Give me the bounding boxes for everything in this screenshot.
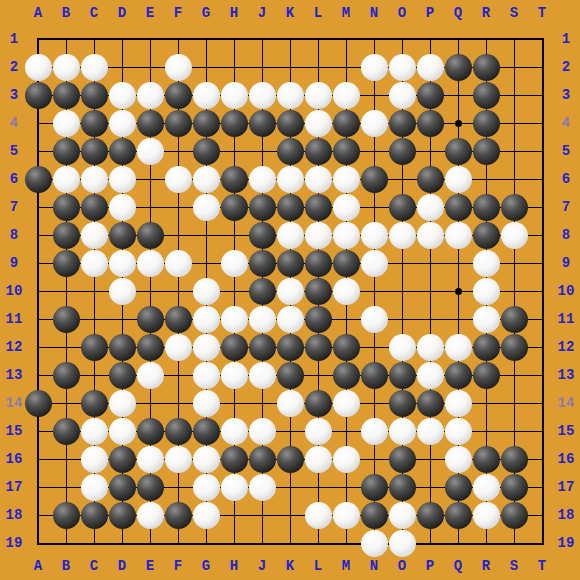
intersection-J19[interactable] [248,529,276,557]
intersection-B18[interactable] [52,501,80,529]
intersection-G5[interactable] [192,137,220,165]
intersection-S14[interactable] [500,389,528,417]
intersection-H11[interactable] [220,305,248,333]
intersection-Q7[interactable] [444,193,472,221]
intersection-E9[interactable] [136,249,164,277]
intersection-T9[interactable] [528,249,556,277]
intersection-D19[interactable] [108,529,136,557]
intersection-C4[interactable] [80,109,108,137]
intersection-N4[interactable] [360,109,388,137]
intersection-E14[interactable] [136,389,164,417]
intersection-D5[interactable] [108,137,136,165]
intersection-M6[interactable] [332,165,360,193]
intersection-E4[interactable] [136,109,164,137]
intersection-P8[interactable] [416,221,444,249]
intersection-D7[interactable] [108,193,136,221]
intersection-O13[interactable] [388,361,416,389]
intersection-S19[interactable] [500,529,528,557]
intersection-E19[interactable] [136,529,164,557]
intersection-O12[interactable] [388,333,416,361]
intersection-M14[interactable] [332,389,360,417]
intersection-P11[interactable] [416,305,444,333]
intersection-K19[interactable] [276,529,304,557]
intersection-L14[interactable] [304,389,332,417]
intersection-C9[interactable] [80,249,108,277]
intersection-H3[interactable] [220,81,248,109]
intersection-Q2[interactable] [444,53,472,81]
intersection-C10[interactable] [80,277,108,305]
intersection-F2[interactable] [164,53,192,81]
intersection-C1[interactable] [80,25,108,53]
intersection-N5[interactable] [360,137,388,165]
intersection-Q11[interactable] [444,305,472,333]
intersection-T15[interactable] [528,417,556,445]
intersection-D17[interactable] [108,473,136,501]
intersection-E10[interactable] [136,277,164,305]
intersection-L17[interactable] [304,473,332,501]
intersection-F10[interactable] [164,277,192,305]
intersection-G16[interactable] [192,445,220,473]
intersection-N1[interactable] [360,25,388,53]
intersection-K4[interactable] [276,109,304,137]
intersection-J17[interactable] [248,473,276,501]
intersection-D1[interactable] [108,25,136,53]
intersection-H17[interactable] [220,473,248,501]
intersection-C2[interactable] [80,53,108,81]
intersection-R7[interactable] [472,193,500,221]
intersection-M9[interactable] [332,249,360,277]
intersection-J10[interactable] [248,277,276,305]
intersection-S18[interactable] [500,501,528,529]
intersection-B9[interactable] [52,249,80,277]
intersection-F15[interactable] [164,417,192,445]
intersection-H1[interactable] [220,25,248,53]
intersection-O9[interactable] [388,249,416,277]
intersection-H7[interactable] [220,193,248,221]
intersection-G11[interactable] [192,305,220,333]
intersection-T18[interactable] [528,501,556,529]
intersection-K12[interactable] [276,333,304,361]
intersection-O16[interactable] [388,445,416,473]
intersection-R13[interactable] [472,361,500,389]
intersection-K18[interactable] [276,501,304,529]
intersection-P18[interactable] [416,501,444,529]
intersection-R14[interactable] [472,389,500,417]
intersection-J9[interactable] [248,249,276,277]
intersection-G7[interactable] [192,193,220,221]
intersection-L11[interactable] [304,305,332,333]
intersection-C6[interactable] [80,165,108,193]
intersection-H8[interactable] [220,221,248,249]
intersection-P16[interactable] [416,445,444,473]
intersection-F12[interactable] [164,333,192,361]
intersection-B6[interactable] [52,165,80,193]
intersection-J11[interactable] [248,305,276,333]
intersection-C3[interactable] [80,81,108,109]
intersection-E8[interactable] [136,221,164,249]
intersection-N9[interactable] [360,249,388,277]
intersection-E5[interactable] [136,137,164,165]
intersection-O1[interactable] [388,25,416,53]
intersection-D12[interactable] [108,333,136,361]
intersection-C19[interactable] [80,529,108,557]
intersection-F3[interactable] [164,81,192,109]
intersection-Q5[interactable] [444,137,472,165]
intersection-G15[interactable] [192,417,220,445]
intersection-J8[interactable] [248,221,276,249]
intersection-F6[interactable] [164,165,192,193]
intersection-L8[interactable] [304,221,332,249]
intersection-A14[interactable] [24,389,52,417]
intersection-P15[interactable] [416,417,444,445]
intersection-A2[interactable] [24,53,52,81]
intersection-F7[interactable] [164,193,192,221]
intersection-E17[interactable] [136,473,164,501]
intersection-P12[interactable] [416,333,444,361]
intersection-H10[interactable] [220,277,248,305]
intersection-K13[interactable] [276,361,304,389]
intersection-B19[interactable] [52,529,80,557]
intersection-O3[interactable] [388,81,416,109]
intersection-Q3[interactable] [444,81,472,109]
intersection-B2[interactable] [52,53,80,81]
intersection-M3[interactable] [332,81,360,109]
intersection-A10[interactable] [24,277,52,305]
intersection-Q18[interactable] [444,501,472,529]
intersection-A15[interactable] [24,417,52,445]
intersection-G18[interactable] [192,501,220,529]
intersection-L4[interactable] [304,109,332,137]
intersection-G17[interactable] [192,473,220,501]
intersection-T14[interactable] [528,389,556,417]
intersection-J3[interactable] [248,81,276,109]
intersection-R2[interactable] [472,53,500,81]
intersection-P13[interactable] [416,361,444,389]
intersection-T5[interactable] [528,137,556,165]
intersection-J1[interactable] [248,25,276,53]
intersection-L13[interactable] [304,361,332,389]
intersection-M4[interactable] [332,109,360,137]
intersection-H9[interactable] [220,249,248,277]
intersection-N15[interactable] [360,417,388,445]
intersection-B5[interactable] [52,137,80,165]
intersection-A12[interactable] [24,333,52,361]
intersection-B12[interactable] [52,333,80,361]
intersection-O6[interactable] [388,165,416,193]
intersection-P10[interactable] [416,277,444,305]
intersection-G14[interactable] [192,389,220,417]
intersection-F8[interactable] [164,221,192,249]
intersection-S3[interactable] [500,81,528,109]
intersection-K14[interactable] [276,389,304,417]
intersection-P3[interactable] [416,81,444,109]
intersection-T19[interactable] [528,529,556,557]
intersection-O4[interactable] [388,109,416,137]
intersection-H4[interactable] [220,109,248,137]
intersection-S1[interactable] [500,25,528,53]
intersection-D10[interactable] [108,277,136,305]
intersection-D2[interactable] [108,53,136,81]
intersection-H13[interactable] [220,361,248,389]
intersection-F1[interactable] [164,25,192,53]
intersection-T4[interactable] [528,109,556,137]
intersection-P4[interactable] [416,109,444,137]
intersection-S10[interactable] [500,277,528,305]
intersection-E3[interactable] [136,81,164,109]
intersection-K3[interactable] [276,81,304,109]
intersection-B7[interactable] [52,193,80,221]
intersection-O8[interactable] [388,221,416,249]
intersection-A16[interactable] [24,445,52,473]
intersection-K10[interactable] [276,277,304,305]
intersection-G3[interactable] [192,81,220,109]
intersection-P7[interactable] [416,193,444,221]
intersection-B4[interactable] [52,109,80,137]
intersection-K15[interactable] [276,417,304,445]
intersection-S15[interactable] [500,417,528,445]
intersection-P6[interactable] [416,165,444,193]
intersection-B10[interactable] [52,277,80,305]
intersection-M17[interactable] [332,473,360,501]
intersection-T10[interactable] [528,277,556,305]
intersection-G10[interactable] [192,277,220,305]
intersection-R19[interactable] [472,529,500,557]
intersection-Q10[interactable] [444,277,472,305]
intersection-F17[interactable] [164,473,192,501]
intersection-J16[interactable] [248,445,276,473]
intersection-A8[interactable] [24,221,52,249]
intersection-O15[interactable] [388,417,416,445]
intersection-G8[interactable] [192,221,220,249]
intersection-Q14[interactable] [444,389,472,417]
intersection-A4[interactable] [24,109,52,137]
intersection-A11[interactable] [24,305,52,333]
intersection-Q15[interactable] [444,417,472,445]
intersection-R3[interactable] [472,81,500,109]
intersection-R5[interactable] [472,137,500,165]
intersection-F9[interactable] [164,249,192,277]
intersection-H6[interactable] [220,165,248,193]
intersection-R11[interactable] [472,305,500,333]
intersection-B13[interactable] [52,361,80,389]
intersection-K16[interactable] [276,445,304,473]
intersection-A3[interactable] [24,81,52,109]
intersection-D16[interactable] [108,445,136,473]
intersection-T16[interactable] [528,445,556,473]
intersection-A18[interactable] [24,501,52,529]
intersection-K5[interactable] [276,137,304,165]
intersection-T8[interactable] [528,221,556,249]
intersection-B1[interactable] [52,25,80,53]
intersection-Q17[interactable] [444,473,472,501]
intersection-H15[interactable] [220,417,248,445]
intersection-H14[interactable] [220,389,248,417]
intersection-F18[interactable] [164,501,192,529]
intersection-N11[interactable] [360,305,388,333]
intersection-N7[interactable] [360,193,388,221]
intersection-N8[interactable] [360,221,388,249]
intersection-R15[interactable] [472,417,500,445]
intersection-G19[interactable] [192,529,220,557]
intersection-D18[interactable] [108,501,136,529]
intersection-A7[interactable] [24,193,52,221]
intersection-M18[interactable] [332,501,360,529]
intersection-L7[interactable] [304,193,332,221]
intersection-Q16[interactable] [444,445,472,473]
intersection-K8[interactable] [276,221,304,249]
intersection-D8[interactable] [108,221,136,249]
intersection-H18[interactable] [220,501,248,529]
intersection-L9[interactable] [304,249,332,277]
intersection-E1[interactable] [136,25,164,53]
intersection-E16[interactable] [136,445,164,473]
intersection-E12[interactable] [136,333,164,361]
intersection-K11[interactable] [276,305,304,333]
intersection-N2[interactable] [360,53,388,81]
intersection-B8[interactable] [52,221,80,249]
intersection-S12[interactable] [500,333,528,361]
intersection-L2[interactable] [304,53,332,81]
intersection-M10[interactable] [332,277,360,305]
intersection-C17[interactable] [80,473,108,501]
intersection-N14[interactable] [360,389,388,417]
intersection-R9[interactable] [472,249,500,277]
intersection-Q12[interactable] [444,333,472,361]
intersection-S9[interactable] [500,249,528,277]
intersection-C18[interactable] [80,501,108,529]
intersection-E2[interactable] [136,53,164,81]
intersection-R8[interactable] [472,221,500,249]
intersection-F11[interactable] [164,305,192,333]
intersection-Q13[interactable] [444,361,472,389]
intersection-T11[interactable] [528,305,556,333]
intersection-N10[interactable] [360,277,388,305]
intersection-H19[interactable] [220,529,248,557]
intersection-T3[interactable] [528,81,556,109]
intersection-O14[interactable] [388,389,416,417]
intersection-H2[interactable] [220,53,248,81]
intersection-A5[interactable] [24,137,52,165]
intersection-B14[interactable] [52,389,80,417]
intersection-P17[interactable] [416,473,444,501]
intersection-D14[interactable] [108,389,136,417]
intersection-F5[interactable] [164,137,192,165]
intersection-K7[interactable] [276,193,304,221]
intersection-R17[interactable] [472,473,500,501]
intersection-F4[interactable] [164,109,192,137]
intersection-N3[interactable] [360,81,388,109]
intersection-G1[interactable] [192,25,220,53]
intersection-N17[interactable] [360,473,388,501]
intersection-N19[interactable] [360,529,388,557]
intersection-S17[interactable] [500,473,528,501]
intersection-N13[interactable] [360,361,388,389]
intersection-J4[interactable] [248,109,276,137]
intersection-C7[interactable] [80,193,108,221]
intersection-G6[interactable] [192,165,220,193]
intersection-C16[interactable] [80,445,108,473]
intersection-R10[interactable] [472,277,500,305]
intersection-S11[interactable] [500,305,528,333]
intersection-R16[interactable] [472,445,500,473]
intersection-Q8[interactable] [444,221,472,249]
intersection-P2[interactable] [416,53,444,81]
intersection-J14[interactable] [248,389,276,417]
intersection-M16[interactable] [332,445,360,473]
intersection-S5[interactable] [500,137,528,165]
intersection-T2[interactable] [528,53,556,81]
intersection-G9[interactable] [192,249,220,277]
intersection-T1[interactable] [528,25,556,53]
intersection-P19[interactable] [416,529,444,557]
intersection-M1[interactable] [332,25,360,53]
intersection-K2[interactable] [276,53,304,81]
intersection-G13[interactable] [192,361,220,389]
intersection-B3[interactable] [52,81,80,109]
intersection-F19[interactable] [164,529,192,557]
intersection-J15[interactable] [248,417,276,445]
intersection-O5[interactable] [388,137,416,165]
intersection-M15[interactable] [332,417,360,445]
intersection-T17[interactable] [528,473,556,501]
intersection-K17[interactable] [276,473,304,501]
intersection-C8[interactable] [80,221,108,249]
intersection-D11[interactable] [108,305,136,333]
intersection-L10[interactable] [304,277,332,305]
intersection-M7[interactable] [332,193,360,221]
intersection-B15[interactable] [52,417,80,445]
intersection-R1[interactable] [472,25,500,53]
intersection-E7[interactable] [136,193,164,221]
intersection-Q1[interactable] [444,25,472,53]
intersection-J6[interactable] [248,165,276,193]
intersection-A19[interactable] [24,529,52,557]
intersection-C12[interactable] [80,333,108,361]
intersection-N6[interactable] [360,165,388,193]
intersection-C11[interactable] [80,305,108,333]
intersection-G2[interactable] [192,53,220,81]
intersection-N18[interactable] [360,501,388,529]
intersection-M12[interactable] [332,333,360,361]
intersection-B16[interactable] [52,445,80,473]
intersection-M5[interactable] [332,137,360,165]
intersection-B11[interactable] [52,305,80,333]
intersection-Q6[interactable] [444,165,472,193]
intersection-E6[interactable] [136,165,164,193]
intersection-Q9[interactable] [444,249,472,277]
intersection-A6[interactable] [24,165,52,193]
intersection-E13[interactable] [136,361,164,389]
intersection-B17[interactable] [52,473,80,501]
intersection-H16[interactable] [220,445,248,473]
intersection-A13[interactable] [24,361,52,389]
intersection-J18[interactable] [248,501,276,529]
intersection-S16[interactable] [500,445,528,473]
intersection-L1[interactable] [304,25,332,53]
intersection-D4[interactable] [108,109,136,137]
intersection-P14[interactable] [416,389,444,417]
intersection-S2[interactable] [500,53,528,81]
intersection-E15[interactable] [136,417,164,445]
intersection-S8[interactable] [500,221,528,249]
intersection-O7[interactable] [388,193,416,221]
intersection-M13[interactable] [332,361,360,389]
intersection-K9[interactable] [276,249,304,277]
intersection-N12[interactable] [360,333,388,361]
intersection-D13[interactable] [108,361,136,389]
intersection-J5[interactable] [248,137,276,165]
intersection-L12[interactable] [304,333,332,361]
